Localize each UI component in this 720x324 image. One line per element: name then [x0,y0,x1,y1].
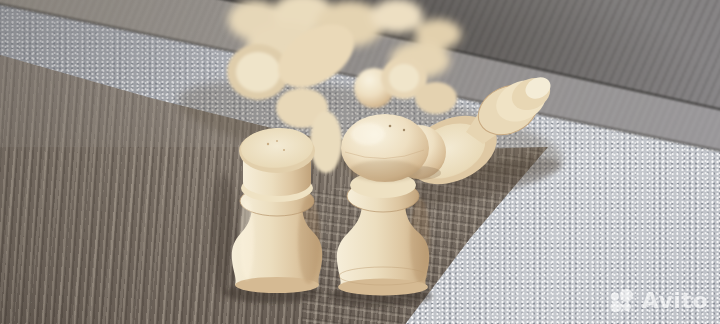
avito-watermark-text: Avito [642,290,708,312]
chess-pieces-layer [0,0,720,324]
avito-watermark: Avito [609,288,708,314]
standing-pawn-piece [328,114,432,306]
standing-rook-piece [212,126,322,303]
avito-logo-icon [609,288,635,314]
chess-pieces-photo: Avito [0,0,720,324]
